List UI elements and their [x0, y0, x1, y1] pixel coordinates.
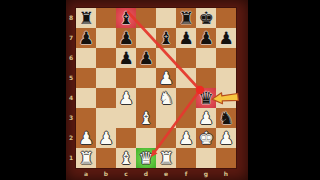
piece-black-pawn-h7: ♟: [216, 28, 236, 48]
square-e6[interactable]: [156, 48, 176, 68]
square-g4[interactable]: ♛: [196, 88, 216, 108]
square-d3[interactable]: ♝: [136, 108, 156, 128]
square-d5[interactable]: [136, 68, 156, 88]
square-c5[interactable]: [116, 68, 136, 88]
square-h3[interactable]: ♞: [216, 108, 236, 128]
piece-black-rook-a8: ♜: [76, 8, 96, 28]
piece-black-queen-g4: ♛: [196, 88, 216, 108]
piece-white-queen-d1: ♛: [136, 148, 156, 168]
square-e2[interactable]: [156, 128, 176, 148]
piece-black-pawn-d6: ♟: [136, 48, 156, 68]
square-h1[interactable]: [216, 148, 236, 168]
file-label-e: e: [156, 169, 176, 179]
square-d2[interactable]: [136, 128, 156, 148]
square-g6[interactable]: [196, 48, 216, 68]
square-b3[interactable]: [96, 108, 116, 128]
piece-black-pawn-c6: ♟: [116, 48, 136, 68]
piece-black-pawn-g7: ♟: [196, 28, 216, 48]
piece-white-bishop-c1: ♝: [116, 148, 136, 168]
piece-white-rook-a1: ♜: [76, 148, 96, 168]
file-label-f: f: [176, 169, 196, 179]
square-h4[interactable]: [216, 88, 236, 108]
square-b1[interactable]: [96, 148, 116, 168]
square-h6[interactable]: [216, 48, 236, 68]
file-label-h: h: [216, 169, 236, 179]
square-f6[interactable]: [176, 48, 196, 68]
file-label-d: d: [136, 169, 156, 179]
square-a6[interactable]: [76, 48, 96, 68]
square-e8[interactable]: [156, 8, 176, 28]
square-b8[interactable]: [96, 8, 116, 28]
square-d4[interactable]: [136, 88, 156, 108]
file-label-g: g: [196, 169, 216, 179]
rank-label-6: 6: [66, 48, 76, 68]
piece-white-pawn-h2: ♟: [216, 128, 236, 148]
square-g3[interactable]: ♟: [196, 108, 216, 128]
piece-black-knight-h3: ♞: [216, 108, 236, 128]
square-b6[interactable]: [96, 48, 116, 68]
square-e4[interactable]: ♞: [156, 88, 176, 108]
square-g8[interactable]: ♚: [196, 8, 216, 28]
piece-black-king-g8: ♚: [196, 8, 216, 28]
piece-black-bishop-e7: ♝: [156, 28, 176, 48]
square-f5[interactable]: [176, 68, 196, 88]
square-e5[interactable]: ♟: [156, 68, 176, 88]
rank-label-5: 5: [66, 68, 76, 88]
square-c3[interactable]: [116, 108, 136, 128]
piece-black-pawn-c7: ♟: [116, 28, 136, 48]
square-f8[interactable]: ♜: [176, 8, 196, 28]
piece-white-king-g2: ♚: [196, 128, 216, 148]
square-f3[interactable]: [176, 108, 196, 128]
square-c6[interactable]: ♟: [116, 48, 136, 68]
square-e7[interactable]: ♝: [156, 28, 176, 48]
square-c4[interactable]: ♟: [116, 88, 136, 108]
square-f7[interactable]: ♟: [176, 28, 196, 48]
square-a3[interactable]: [76, 108, 96, 128]
piece-black-rook-f8: ♜: [176, 8, 196, 28]
piece-white-pawn-b2: ♟: [96, 128, 116, 148]
square-d1[interactable]: ♛: [136, 148, 156, 168]
square-a1[interactable]: ♜: [76, 148, 96, 168]
square-a8[interactable]: ♜: [76, 8, 96, 28]
square-c7[interactable]: ♟: [116, 28, 136, 48]
board-grid: ♜♝♜♚♟♟♝♟♟♟♟♟♟♟♞♛♝♟♞♟♟♟♚♟♜♝♛♜: [76, 8, 236, 168]
square-b2[interactable]: ♟: [96, 128, 116, 148]
square-a4[interactable]: [76, 88, 96, 108]
square-g5[interactable]: [196, 68, 216, 88]
piece-white-pawn-c4: ♟: [116, 88, 136, 108]
piece-black-bishop-c8: ♝: [116, 8, 136, 28]
rank-label-1: 1: [66, 148, 76, 168]
piece-white-pawn-e5: ♟: [156, 68, 176, 88]
square-h2[interactable]: ♟: [216, 128, 236, 148]
square-h5[interactable]: [216, 68, 236, 88]
file-label-c: c: [116, 169, 136, 179]
piece-black-pawn-f7: ♟: [176, 28, 196, 48]
rank-label-7: 7: [66, 28, 76, 48]
square-e1[interactable]: ♜: [156, 148, 176, 168]
square-c8[interactable]: ♝: [116, 8, 136, 28]
square-f1[interactable]: [176, 148, 196, 168]
file-labels: abcdefgh: [76, 169, 236, 179]
square-g7[interactable]: ♟: [196, 28, 216, 48]
square-h7[interactable]: ♟: [216, 28, 236, 48]
square-a7[interactable]: ♟: [76, 28, 96, 48]
piece-white-pawn-a2: ♟: [76, 128, 96, 148]
piece-white-bishop-d3: ♝: [136, 108, 156, 128]
square-a5[interactable]: [76, 68, 96, 88]
square-d6[interactable]: ♟: [136, 48, 156, 68]
chess-board: 87654321 abcdefgh ♜♝♜♚♟♟♝♟♟♟♟♟♟♟♞♛♝♟♞♟♟♟…: [66, 0, 248, 180]
rank-label-8: 8: [66, 8, 76, 28]
square-c1[interactable]: ♝: [116, 148, 136, 168]
rank-label-2: 2: [66, 128, 76, 148]
square-b7[interactable]: [96, 28, 116, 48]
piece-white-rook-e1: ♜: [156, 148, 176, 168]
square-a2[interactable]: ♟: [76, 128, 96, 148]
square-d7[interactable]: [136, 28, 156, 48]
piece-white-pawn-f2: ♟: [176, 128, 196, 148]
file-label-a: a: [76, 169, 96, 179]
rank-labels: 87654321: [66, 8, 76, 168]
video-frame: 87654321 abcdefgh ♜♝♜♚♟♟♝♟♟♟♟♟♟♟♞♛♝♟♞♟♟♟…: [0, 0, 320, 180]
square-g2[interactable]: ♚: [196, 128, 216, 148]
square-h8[interactable]: [216, 8, 236, 28]
square-g1[interactable]: [196, 148, 216, 168]
square-b4[interactable]: [96, 88, 116, 108]
rank-label-4: 4: [66, 88, 76, 108]
file-label-b: b: [96, 169, 116, 179]
square-f4[interactable]: [176, 88, 196, 108]
square-c2[interactable]: [116, 128, 136, 148]
square-f2[interactable]: ♟: [176, 128, 196, 148]
square-b5[interactable]: [96, 68, 116, 88]
piece-black-pawn-a7: ♟: [76, 28, 96, 48]
square-e3[interactable]: [156, 108, 176, 128]
rank-label-3: 3: [66, 108, 76, 128]
piece-white-knight-e4: ♞: [156, 88, 176, 108]
square-d8[interactable]: [136, 8, 156, 28]
piece-white-pawn-g3: ♟: [196, 108, 216, 128]
